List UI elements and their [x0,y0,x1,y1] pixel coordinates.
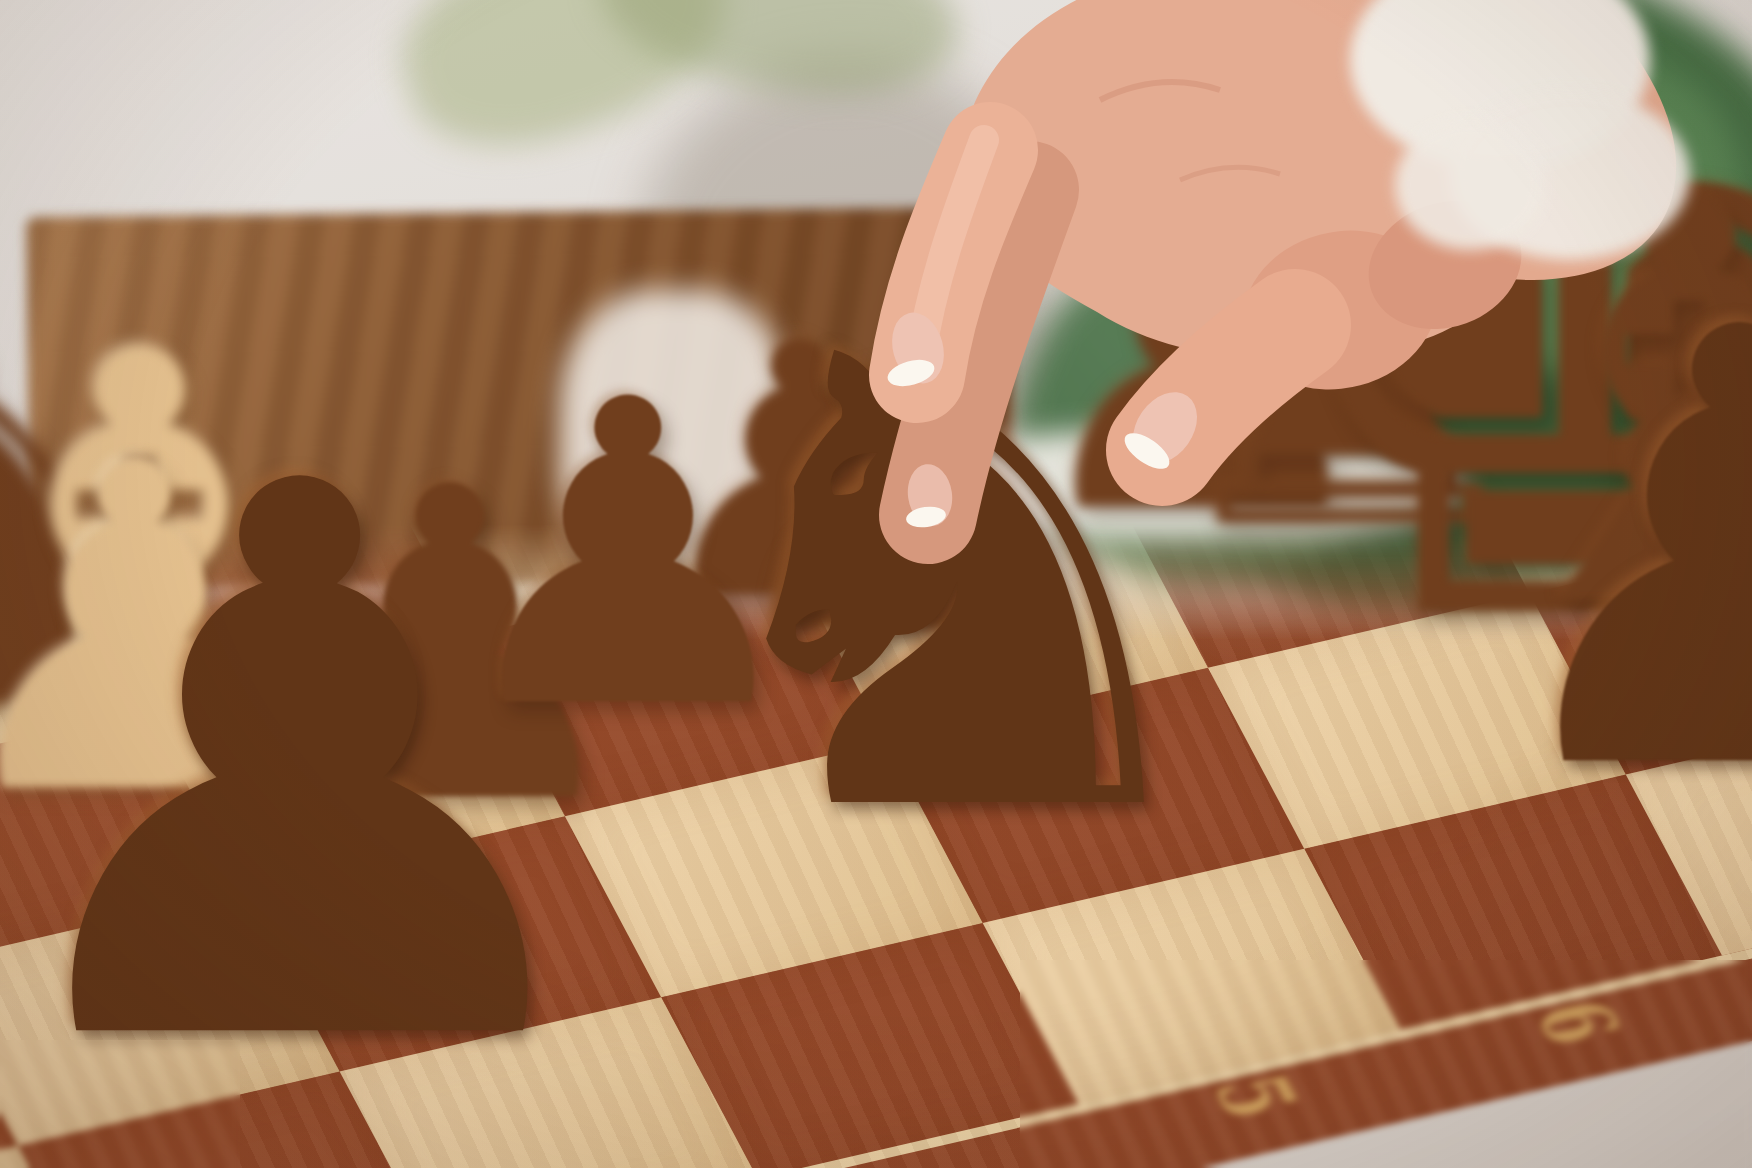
square-h4[interactable] [661,923,1079,1168]
chess-photo-scene: 5 6 ♞ ♝ ♟ ♟ ♟ ♟ ♜ ♚ ♝ ♟ ♟ ♟ ♟ ♞ [0,0,1752,1168]
lace-cuff [1395,120,1545,250]
foreground-defocus [1020,960,1752,1168]
foreground-defocus [0,1040,240,1168]
